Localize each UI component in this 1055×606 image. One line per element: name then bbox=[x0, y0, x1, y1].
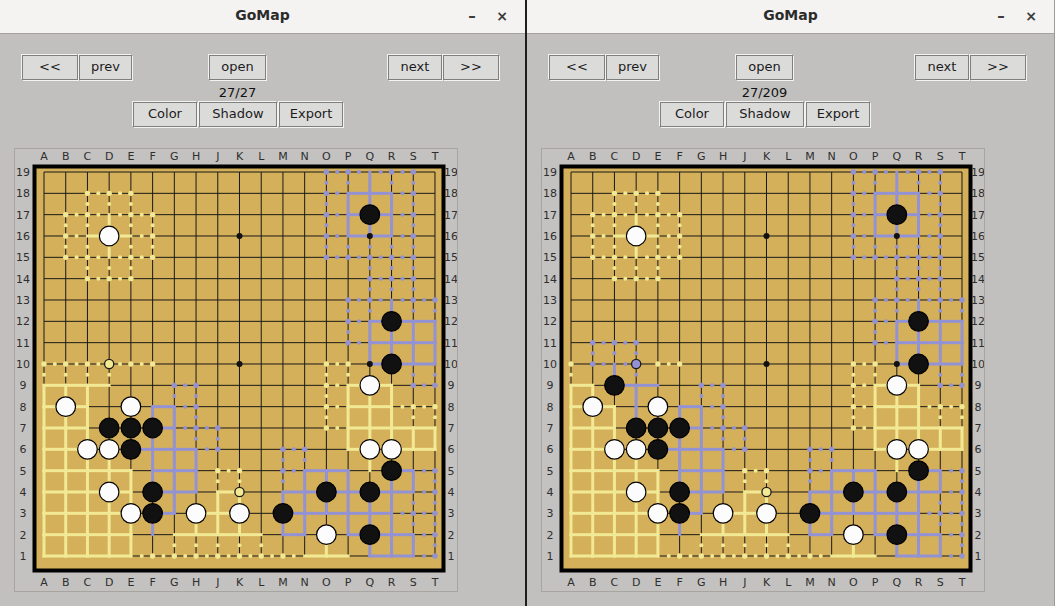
export-button[interactable]: Export bbox=[806, 102, 870, 127]
white-stone bbox=[56, 397, 76, 417]
svg-text:S: S bbox=[937, 576, 944, 589]
white-stone bbox=[626, 440, 646, 460]
svg-text:4: 4 bbox=[547, 486, 554, 499]
svg-text:18: 18 bbox=[543, 187, 557, 200]
white-stone bbox=[909, 440, 929, 460]
white-stone bbox=[99, 440, 119, 460]
svg-text:8: 8 bbox=[20, 401, 27, 414]
svg-text:C: C bbox=[84, 576, 92, 589]
svg-text:S: S bbox=[410, 150, 417, 163]
go-board-svg: AABBCCDDEEFFGGHHJJKKLLMMNNOOPPQQRRSSTT19… bbox=[15, 149, 457, 591]
svg-text:J: J bbox=[215, 150, 219, 163]
star-point bbox=[894, 233, 900, 239]
gomap-window-right: GoMap – × << prev open next >> 27/209 Co… bbox=[527, 0, 1054, 606]
black-stone bbox=[626, 418, 646, 438]
svg-text:L: L bbox=[258, 576, 265, 589]
svg-text:O: O bbox=[322, 576, 331, 589]
white-stone bbox=[230, 504, 250, 524]
svg-text:17: 17 bbox=[543, 209, 557, 222]
svg-text:N: N bbox=[301, 150, 309, 163]
titlebar[interactable]: GoMap – × bbox=[0, 0, 525, 34]
svg-text:2: 2 bbox=[448, 529, 455, 542]
move-counter: 27/27 bbox=[180, 85, 295, 100]
white-stone bbox=[648, 504, 668, 524]
svg-text:B: B bbox=[62, 150, 70, 163]
svg-text:G: G bbox=[697, 576, 706, 589]
close-icon[interactable]: × bbox=[491, 6, 513, 28]
svg-text:19: 19 bbox=[543, 166, 557, 179]
black-stone bbox=[648, 418, 668, 438]
svg-text:D: D bbox=[105, 150, 113, 163]
svg-text:J: J bbox=[215, 576, 219, 589]
next-button[interactable]: next bbox=[915, 55, 969, 80]
svg-text:L: L bbox=[785, 150, 792, 163]
white-stone bbox=[99, 482, 119, 502]
svg-text:E: E bbox=[654, 150, 661, 163]
svg-text:2: 2 bbox=[975, 529, 982, 542]
svg-text:6: 6 bbox=[448, 443, 455, 456]
svg-text:5: 5 bbox=[547, 465, 554, 478]
color-button[interactable]: Color bbox=[660, 102, 724, 127]
svg-text:F: F bbox=[676, 150, 682, 163]
svg-text:P: P bbox=[345, 576, 352, 589]
svg-text:11: 11 bbox=[543, 337, 557, 350]
svg-text:13: 13 bbox=[444, 294, 457, 307]
svg-text:18: 18 bbox=[444, 187, 457, 200]
black-stone bbox=[909, 354, 929, 374]
black-stone bbox=[99, 418, 119, 438]
svg-text:P: P bbox=[345, 150, 352, 163]
svg-text:Q: Q bbox=[365, 150, 374, 163]
star-point bbox=[367, 233, 373, 239]
svg-text:M: M bbox=[278, 150, 288, 163]
svg-text:K: K bbox=[763, 576, 771, 589]
rewind-button[interactable]: << bbox=[22, 55, 78, 80]
svg-text:R: R bbox=[915, 150, 923, 163]
svg-text:S: S bbox=[937, 150, 944, 163]
screen: GoMap – × << prev open next >> 27/27 Col… bbox=[0, 0, 1055, 606]
black-stone bbox=[121, 440, 141, 460]
white-stone bbox=[121, 397, 141, 417]
svg-text:9: 9 bbox=[20, 379, 27, 392]
svg-text:G: G bbox=[170, 150, 179, 163]
svg-text:1: 1 bbox=[448, 550, 455, 563]
svg-text:3: 3 bbox=[448, 507, 455, 520]
svg-text:19: 19 bbox=[16, 166, 30, 179]
black-stone bbox=[360, 525, 380, 545]
svg-text:1: 1 bbox=[20, 550, 27, 563]
svg-text:N: N bbox=[301, 576, 309, 589]
svg-text:F: F bbox=[149, 150, 155, 163]
svg-text:H: H bbox=[192, 150, 200, 163]
svg-text:T: T bbox=[431, 576, 439, 589]
svg-text:11: 11 bbox=[16, 337, 30, 350]
svg-text:K: K bbox=[236, 150, 244, 163]
black-stone bbox=[648, 440, 668, 460]
svg-text:A: A bbox=[567, 150, 575, 163]
next-button[interactable]: next bbox=[388, 55, 442, 80]
svg-text:D: D bbox=[632, 576, 640, 589]
window-title: GoMap bbox=[0, 7, 525, 23]
black-stone bbox=[382, 354, 402, 374]
svg-text:8: 8 bbox=[547, 401, 554, 414]
svg-text:S: S bbox=[410, 576, 417, 589]
svg-text:17: 17 bbox=[971, 209, 984, 222]
titlebar[interactable]: GoMap – × bbox=[527, 0, 1054, 34]
svg-text:17: 17 bbox=[16, 209, 30, 222]
minimize-icon[interactable]: – bbox=[990, 6, 1012, 28]
go-board[interactable]: AABBCCDDEEFFGGHHJJKKLLMMNNOOPPQQRRSSTT19… bbox=[541, 148, 985, 592]
black-stone bbox=[143, 504, 163, 524]
gomap-window-left: GoMap – × << prev open next >> 27/27 Col… bbox=[0, 0, 527, 606]
svg-text:10: 10 bbox=[971, 358, 984, 371]
black-stone bbox=[887, 205, 907, 225]
svg-text:11: 11 bbox=[444, 337, 457, 350]
white-stone bbox=[382, 440, 402, 460]
svg-text:6: 6 bbox=[975, 443, 982, 456]
star-point bbox=[367, 361, 373, 367]
svg-text:19: 19 bbox=[971, 166, 984, 179]
white-stone bbox=[605, 440, 625, 460]
svg-text:N: N bbox=[828, 150, 836, 163]
black-stone bbox=[670, 504, 690, 524]
go-board-svg: AABBCCDDEEFFGGHHJJKKLLMMNNOOPPQQRRSSTT19… bbox=[542, 149, 984, 591]
svg-text:T: T bbox=[958, 150, 966, 163]
svg-text:G: G bbox=[697, 150, 706, 163]
svg-text:6: 6 bbox=[547, 443, 554, 456]
svg-text:3: 3 bbox=[20, 507, 27, 520]
black-stone bbox=[382, 312, 402, 332]
black-stone bbox=[360, 205, 380, 225]
rewind-button[interactable]: << bbox=[549, 55, 605, 80]
svg-text:16: 16 bbox=[16, 230, 30, 243]
svg-text:R: R bbox=[388, 150, 396, 163]
svg-text:6: 6 bbox=[20, 443, 27, 456]
svg-text:E: E bbox=[127, 150, 134, 163]
svg-text:8: 8 bbox=[975, 401, 982, 414]
svg-text:2: 2 bbox=[20, 529, 27, 542]
svg-text:A: A bbox=[567, 576, 575, 589]
color-button[interactable]: Color bbox=[133, 102, 197, 127]
svg-text:15: 15 bbox=[444, 251, 457, 264]
black-stone bbox=[800, 504, 820, 524]
white-stone bbox=[186, 504, 206, 524]
black-stone bbox=[909, 461, 929, 481]
svg-text:15: 15 bbox=[543, 251, 557, 264]
svg-text:O: O bbox=[322, 150, 331, 163]
star-point bbox=[763, 233, 769, 239]
svg-text:2: 2 bbox=[547, 529, 554, 542]
white-stone bbox=[583, 397, 603, 417]
black-stone bbox=[143, 418, 163, 438]
svg-text:3: 3 bbox=[547, 507, 554, 520]
svg-text:3: 3 bbox=[975, 507, 982, 520]
svg-text:C: C bbox=[611, 576, 619, 589]
black-stone bbox=[887, 525, 907, 545]
svg-text:K: K bbox=[763, 150, 771, 163]
svg-text:18: 18 bbox=[16, 187, 30, 200]
white-stone bbox=[626, 482, 646, 502]
svg-text:4: 4 bbox=[448, 486, 455, 499]
white-stone bbox=[844, 525, 864, 545]
white-stone bbox=[887, 440, 907, 460]
svg-text:H: H bbox=[192, 576, 200, 589]
svg-text:12: 12 bbox=[543, 315, 557, 328]
black-stone bbox=[317, 482, 337, 502]
svg-text:A: A bbox=[40, 576, 48, 589]
star-point-marker bbox=[235, 487, 244, 496]
black-stone bbox=[670, 482, 690, 502]
white-stone bbox=[360, 376, 380, 396]
svg-text:F: F bbox=[676, 576, 682, 589]
black-stone bbox=[844, 482, 864, 502]
svg-text:14: 14 bbox=[543, 273, 557, 286]
svg-text:T: T bbox=[431, 150, 439, 163]
white-stone bbox=[360, 440, 380, 460]
black-stone bbox=[887, 482, 907, 502]
svg-text:L: L bbox=[258, 150, 265, 163]
svg-text:C: C bbox=[611, 150, 619, 163]
svg-text:5: 5 bbox=[448, 465, 455, 478]
svg-text:9: 9 bbox=[448, 379, 455, 392]
svg-text:16: 16 bbox=[444, 230, 457, 243]
star-point-marker bbox=[762, 487, 771, 496]
svg-text:B: B bbox=[589, 576, 597, 589]
svg-text:9: 9 bbox=[547, 379, 554, 392]
black-stone bbox=[382, 461, 402, 481]
svg-text:P: P bbox=[872, 576, 879, 589]
forward-button[interactable]: >> bbox=[970, 55, 1026, 80]
go-board[interactable]: AABBCCDDEEFFGGHHJJKKLLMMNNOOPPQQRRSSTT19… bbox=[14, 148, 458, 592]
svg-text:D: D bbox=[105, 576, 113, 589]
black-stone bbox=[121, 418, 141, 438]
svg-text:15: 15 bbox=[971, 251, 984, 264]
svg-text:Q: Q bbox=[365, 576, 374, 589]
black-stone bbox=[670, 418, 690, 438]
white-stone bbox=[121, 504, 141, 524]
svg-text:4: 4 bbox=[975, 486, 982, 499]
svg-text:Q: Q bbox=[892, 576, 901, 589]
prev-button[interactable]: prev bbox=[79, 55, 132, 80]
svg-text:12: 12 bbox=[444, 315, 457, 328]
white-stone bbox=[317, 525, 337, 545]
black-stone bbox=[360, 482, 380, 502]
export-button[interactable]: Export bbox=[279, 102, 343, 127]
svg-text:O: O bbox=[849, 150, 858, 163]
svg-text:15: 15 bbox=[16, 251, 30, 264]
svg-text:H: H bbox=[719, 150, 727, 163]
svg-text:14: 14 bbox=[444, 273, 457, 286]
forward-button[interactable]: >> bbox=[443, 55, 499, 80]
shadow-button[interactable]: Shadow bbox=[199, 102, 277, 127]
close-icon[interactable]: × bbox=[1020, 6, 1042, 28]
svg-text:7: 7 bbox=[20, 422, 27, 435]
star-point-marker bbox=[632, 359, 641, 368]
open-button[interactable]: open bbox=[736, 55, 793, 80]
star-point bbox=[894, 361, 900, 367]
black-stone bbox=[143, 482, 163, 502]
minimize-icon[interactable]: – bbox=[461, 6, 483, 28]
svg-text:G: G bbox=[170, 576, 179, 589]
white-stone bbox=[713, 504, 733, 524]
svg-text:9: 9 bbox=[975, 379, 982, 392]
svg-text:13: 13 bbox=[16, 294, 30, 307]
svg-text:14: 14 bbox=[16, 273, 30, 286]
svg-text:A: A bbox=[40, 150, 48, 163]
svg-text:B: B bbox=[62, 576, 70, 589]
svg-text:J: J bbox=[742, 150, 746, 163]
svg-text:N: N bbox=[828, 576, 836, 589]
svg-text:16: 16 bbox=[971, 230, 984, 243]
svg-text:5: 5 bbox=[975, 465, 982, 478]
svg-text:10: 10 bbox=[444, 358, 457, 371]
white-stone bbox=[887, 376, 907, 396]
open-button[interactable]: open bbox=[209, 55, 266, 80]
svg-text:R: R bbox=[388, 576, 396, 589]
white-stone bbox=[78, 440, 98, 460]
svg-text:O: O bbox=[849, 576, 858, 589]
svg-text:P: P bbox=[872, 150, 879, 163]
svg-text:1: 1 bbox=[975, 550, 982, 563]
white-stone bbox=[99, 226, 119, 246]
svg-text:M: M bbox=[278, 576, 288, 589]
svg-text:E: E bbox=[654, 576, 661, 589]
svg-text:11: 11 bbox=[971, 337, 984, 350]
black-stone bbox=[909, 312, 929, 332]
svg-text:F: F bbox=[149, 576, 155, 589]
svg-text:10: 10 bbox=[543, 358, 557, 371]
svg-text:16: 16 bbox=[543, 230, 557, 243]
svg-text:J: J bbox=[742, 576, 746, 589]
move-counter: 27/209 bbox=[707, 85, 822, 100]
svg-text:M: M bbox=[805, 576, 815, 589]
svg-text:13: 13 bbox=[543, 294, 557, 307]
svg-text:12: 12 bbox=[16, 315, 30, 328]
svg-text:8: 8 bbox=[448, 401, 455, 414]
svg-text:5: 5 bbox=[20, 465, 27, 478]
svg-text:17: 17 bbox=[444, 209, 457, 222]
prev-button[interactable]: prev bbox=[606, 55, 659, 80]
svg-text:7: 7 bbox=[975, 422, 982, 435]
svg-text:L: L bbox=[785, 576, 792, 589]
svg-text:T: T bbox=[958, 576, 966, 589]
svg-text:D: D bbox=[632, 150, 640, 163]
black-stone bbox=[605, 376, 625, 396]
svg-text:M: M bbox=[805, 150, 815, 163]
svg-text:Q: Q bbox=[892, 150, 901, 163]
svg-text:10: 10 bbox=[16, 358, 30, 371]
svg-text:19: 19 bbox=[444, 166, 457, 179]
svg-text:1: 1 bbox=[547, 550, 554, 563]
svg-text:14: 14 bbox=[971, 273, 984, 286]
white-stone bbox=[648, 397, 668, 417]
svg-text:E: E bbox=[127, 576, 134, 589]
white-stone bbox=[757, 504, 777, 524]
black-stone bbox=[273, 504, 293, 524]
svg-text:18: 18 bbox=[971, 187, 984, 200]
svg-text:13: 13 bbox=[971, 294, 984, 307]
svg-text:7: 7 bbox=[547, 422, 554, 435]
svg-text:4: 4 bbox=[20, 486, 27, 499]
window-title: GoMap bbox=[527, 7, 1054, 23]
shadow-button[interactable]: Shadow bbox=[726, 102, 804, 127]
svg-text:K: K bbox=[236, 576, 244, 589]
svg-text:C: C bbox=[84, 150, 92, 163]
star-point-marker bbox=[105, 359, 114, 368]
star-point bbox=[236, 233, 242, 239]
svg-text:7: 7 bbox=[448, 422, 455, 435]
star-point bbox=[236, 361, 242, 367]
svg-text:R: R bbox=[915, 576, 923, 589]
star-point bbox=[763, 361, 769, 367]
svg-text:H: H bbox=[719, 576, 727, 589]
white-stone bbox=[626, 226, 646, 246]
svg-text:12: 12 bbox=[971, 315, 984, 328]
svg-text:B: B bbox=[589, 150, 597, 163]
